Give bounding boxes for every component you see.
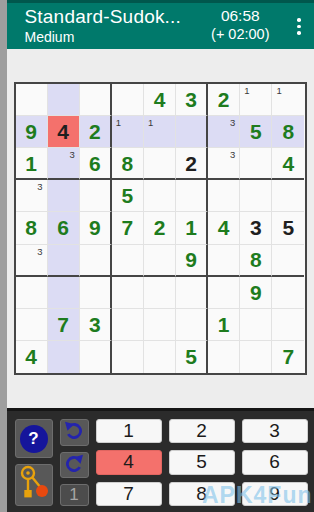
cell-r1c2[interactable] (48, 84, 80, 116)
user-digit: 8 (250, 249, 262, 270)
cell-r2c5[interactable]: 1 (144, 116, 176, 148)
cell-r3c7[interactable]: 3 (208, 148, 240, 180)
numpad-key-3[interactable]: 3 (242, 419, 308, 443)
cell-r9c1[interactable]: 4 (16, 341, 48, 373)
cell-r1c3[interactable] (80, 84, 112, 116)
pencil-mark: 1 (148, 118, 153, 128)
cell-r3c1[interactable]: 1 (16, 148, 48, 180)
cell-r7c7[interactable] (208, 277, 240, 309)
user-digit: 8 (283, 121, 295, 142)
user-digit: 2 (218, 89, 230, 110)
cell-r2c4[interactable]: 1 (112, 116, 144, 148)
cell-r6c6[interactable]: 9 (176, 245, 208, 277)
given-digit: 3 (250, 217, 262, 238)
cell-r2c6[interactable] (176, 116, 208, 148)
given-digit: 4 (57, 121, 69, 142)
overflow-menu-icon[interactable] (295, 16, 303, 37)
cell-r9c4[interactable] (112, 341, 144, 373)
numpad-key-9[interactable]: 9 (242, 482, 308, 506)
pencil-mode-button[interactable]: 1 (60, 484, 89, 506)
user-digit: 1 (218, 314, 230, 335)
cell-r4c9[interactable] (272, 180, 304, 212)
numpad-key-4[interactable]: 4 (96, 450, 162, 474)
cell-r2c2[interactable]: 4 (48, 116, 80, 148)
cell-r1c7[interactable]: 2 (208, 84, 240, 116)
user-digit: 7 (122, 217, 134, 238)
user-digit: 5 (185, 346, 197, 367)
pencil-mark: 1 (116, 118, 121, 128)
user-digit: 2 (154, 217, 166, 238)
cell-r1c1[interactable] (16, 84, 48, 116)
cell-r6c9[interactable] (272, 245, 304, 277)
numpad-key-2[interactable]: 2 (169, 419, 235, 443)
pencil-mark: 3 (37, 182, 42, 192)
cell-r7c8[interactable]: 9 (240, 277, 272, 309)
cell-r3c6[interactable]: 2 (176, 148, 208, 180)
cell-r4c6[interactable] (176, 180, 208, 212)
user-digit: 3 (89, 314, 101, 335)
cell-r1c9[interactable]: 1 (272, 84, 304, 116)
cell-r6c8[interactable]: 8 (240, 245, 272, 277)
cell-r1c6[interactable]: 3 (176, 84, 208, 116)
cell-r3c5[interactable] (144, 148, 176, 180)
number-pad: 123456789 (96, 419, 308, 506)
cell-r8c4[interactable] (112, 309, 144, 341)
question-mark-icon: ? (20, 425, 48, 453)
user-digit: 3 (185, 89, 197, 110)
cell-r2c3[interactable]: 2 (80, 116, 112, 148)
pencil-mark: 3 (69, 150, 74, 160)
cell-r2c8[interactable]: 5 (240, 116, 272, 148)
numpad-key-1[interactable]: 1 (96, 419, 162, 443)
cell-r4c5[interactable] (144, 180, 176, 212)
cell-r7c9[interactable] (272, 277, 304, 309)
given-digit: 2 (185, 153, 197, 174)
user-digit: 4 (154, 89, 166, 110)
cell-r9c2[interactable] (48, 341, 80, 373)
title-block: Standard-Sudok... Medium (25, 5, 182, 46)
user-digit: 9 (25, 121, 37, 142)
redo-icon (64, 454, 84, 476)
cell-r8c3[interactable]: 3 (80, 309, 112, 341)
cell-r1c8[interactable]: 1 (240, 84, 272, 116)
timer-value: 06:58 (211, 7, 269, 25)
user-digit: 8 (25, 217, 37, 238)
cell-r2c7[interactable]: 3 (208, 116, 240, 148)
numpad-key-7[interactable]: 7 (96, 482, 162, 506)
undo-button[interactable] (60, 419, 89, 446)
user-digit: 4 (25, 346, 37, 367)
cell-r5c6[interactable]: 1 (176, 212, 208, 244)
numpad-key-5[interactable]: 5 (169, 450, 235, 474)
help-button[interactable]: ? (15, 419, 53, 458)
cell-r3c8[interactable] (240, 148, 272, 180)
user-digit: 6 (57, 217, 69, 238)
cell-r5c8[interactable]: 3 (240, 212, 272, 244)
cell-r5c4[interactable]: 7 (112, 212, 144, 244)
pencil-mark: 1 (244, 86, 249, 96)
cell-r8c9[interactable] (272, 309, 304, 341)
cell-r4c4[interactable]: 5 (112, 180, 144, 212)
cell-r6c4[interactable] (112, 245, 144, 277)
given-digit: 5 (283, 217, 295, 238)
cell-r8c8[interactable] (240, 309, 272, 341)
cell-r8c2[interactable]: 7 (48, 309, 80, 341)
cell-r5c7[interactable]: 4 (208, 212, 240, 244)
node-graph-icon (19, 465, 49, 505)
strategy-button[interactable] (15, 464, 53, 506)
sudoku-board: 4321194211358136823435869721435398973145… (14, 82, 307, 375)
numpad-key-6[interactable]: 6 (242, 450, 308, 474)
cell-r1c5[interactable]: 4 (144, 84, 176, 116)
cell-r2c9[interactable]: 8 (272, 116, 304, 148)
cell-r7c6[interactable] (176, 277, 208, 309)
cell-r5c5[interactable]: 2 (144, 212, 176, 244)
cell-r6c7[interactable] (208, 245, 240, 277)
difficulty-label: Medium (25, 29, 182, 46)
cell-r9c5[interactable] (144, 341, 176, 373)
user-digit: 5 (250, 121, 262, 142)
numpad-key-8[interactable]: 8 (169, 482, 235, 506)
app-title: Standard-Sudok... (25, 5, 182, 29)
cell-r7c4[interactable] (112, 277, 144, 309)
redo-button[interactable] (60, 452, 89, 479)
user-digit: 7 (57, 314, 69, 335)
cell-r3c2[interactable]: 3 (48, 148, 80, 180)
timer-penalty: (+ 02:00) (211, 25, 269, 43)
cell-r6c1[interactable]: 3 (16, 245, 48, 277)
user-digit: 6 (89, 153, 101, 174)
timer-block: 06:58 (+ 02:00) (211, 7, 269, 43)
cell-r9c3[interactable] (80, 341, 112, 373)
user-digit: 4 (283, 153, 295, 174)
undo-icon (64, 421, 84, 443)
cell-r8c6[interactable] (176, 309, 208, 341)
control-panel: ? (7, 408, 314, 512)
cell-r4c3[interactable] (80, 180, 112, 212)
user-digit: 9 (89, 217, 101, 238)
cell-r9c7[interactable] (208, 341, 240, 373)
user-digit: 5 (122, 185, 134, 206)
cell-r7c5[interactable] (144, 277, 176, 309)
cell-r4c1[interactable]: 3 (16, 180, 48, 212)
cell-r5c9[interactable]: 5 (272, 212, 304, 244)
cell-r6c5[interactable] (144, 245, 176, 277)
cell-r8c7[interactable]: 1 (208, 309, 240, 341)
user-digit: 8 (122, 153, 134, 174)
cell-r9c6[interactable]: 5 (176, 341, 208, 373)
user-digit: 9 (250, 282, 262, 303)
cell-r9c8[interactable] (240, 341, 272, 373)
cell-r2c1[interactable]: 9 (16, 116, 48, 148)
pencil-mark: 3 (37, 247, 42, 257)
user-digit: 1 (185, 217, 197, 238)
cell-r3c3[interactable]: 6 (80, 148, 112, 180)
user-digit: 1 (25, 153, 37, 174)
cell-r9c9[interactable]: 7 (272, 341, 304, 373)
cell-r5c3[interactable]: 9 (80, 212, 112, 244)
cell-r3c4[interactable]: 8 (112, 148, 144, 180)
app-bar: Standard-Sudok... Medium 06:58 (+ 02:00) (7, 0, 314, 49)
pencil-mark: 3 (230, 150, 235, 160)
cell-r4c7[interactable] (208, 180, 240, 212)
cell-r6c2[interactable] (48, 245, 80, 277)
cell-r8c5[interactable] (144, 309, 176, 341)
cell-r3c9[interactable]: 4 (272, 148, 304, 180)
pencil-mark: 3 (230, 118, 235, 128)
cell-r7c1[interactable] (16, 277, 48, 309)
cell-r7c3[interactable] (80, 277, 112, 309)
cell-r7c2[interactable] (48, 277, 80, 309)
sudoku-app-screen: Standard-Sudok... Medium 06:58 (+ 02:00)… (7, 0, 314, 512)
status-strip (7, 0, 314, 3)
cell-r4c8[interactable] (240, 180, 272, 212)
cell-r5c1[interactable]: 8 (16, 212, 48, 244)
cell-r4c2[interactable] (48, 180, 80, 212)
user-digit: 2 (89, 121, 101, 142)
cell-r1c4[interactable] (112, 84, 144, 116)
user-digit: 7 (283, 346, 295, 367)
cell-r5c2[interactable]: 6 (48, 212, 80, 244)
user-digit: 9 (185, 249, 197, 270)
cell-r6c3[interactable] (80, 245, 112, 277)
pencil-mark: 1 (276, 86, 281, 96)
cell-r8c1[interactable] (16, 309, 48, 341)
user-digit: 4 (218, 217, 230, 238)
